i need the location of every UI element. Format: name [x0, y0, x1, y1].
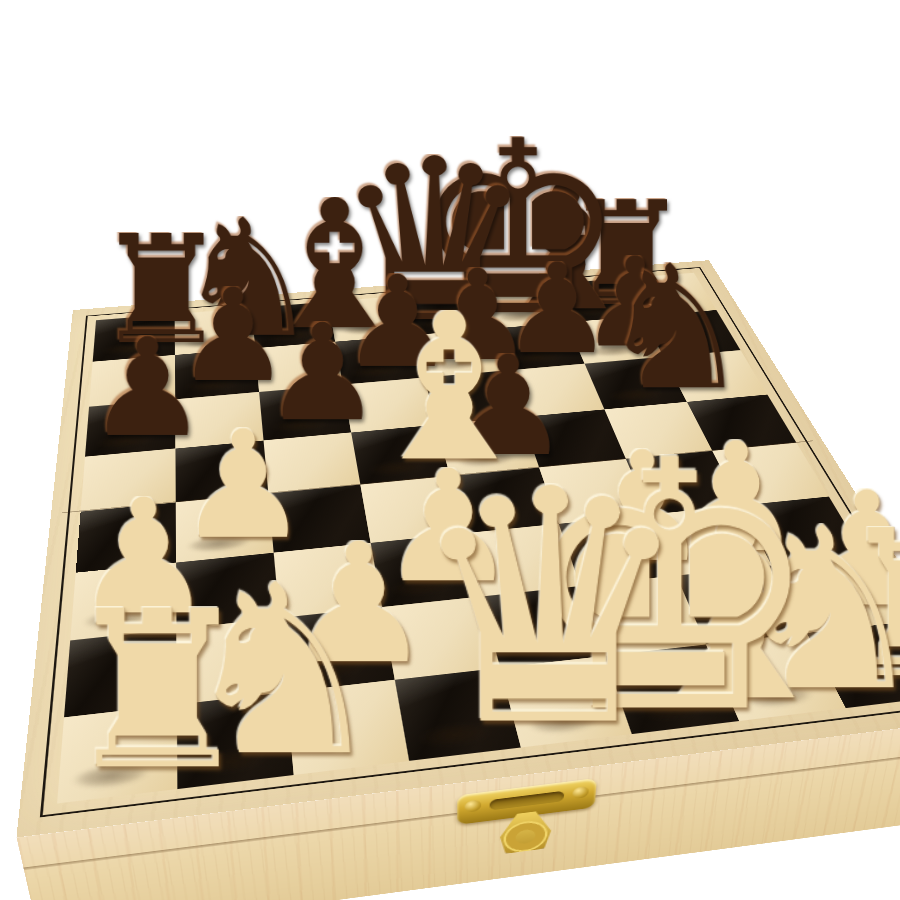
chess-box: ♜♞♝♛♚♝♜♟♟♟♟♟♟♟♞♝♟♟♟♟♟♟♟♟♜♞♛♚♝♞♜ [16, 260, 900, 837]
product-photo-scene: ♜♞♝♛♚♝♜♟♟♟♟♟♟♟♞♝♟♟♟♟♟♟♟♟♜♞♛♚♝♞♜ [0, 0, 900, 900]
